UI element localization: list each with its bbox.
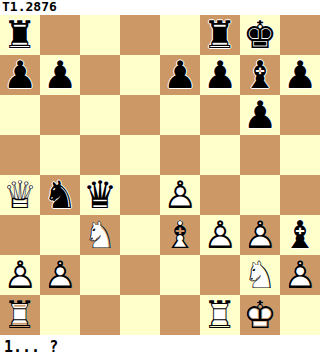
white-rook: ♜♖ [200,295,240,335]
square-e8[interactable] [160,15,200,55]
black-pawn: ♟ [0,55,40,95]
square-h1[interactable] [280,295,320,335]
white-knight: ♞♘ [80,215,120,255]
square-d6[interactable] [120,95,160,135]
square-e7[interactable]: ♟ [160,55,200,95]
square-c2[interactable] [80,255,120,295]
white-piece-outline: ♖ [200,295,240,335]
square-c4[interactable]: ♛ [80,175,120,215]
square-e5[interactable] [160,135,200,175]
black-king: ♚ [240,15,280,55]
square-c3[interactable]: ♞♘ [80,215,120,255]
white-king: ♚♔ [240,295,280,335]
white-piece-outline: ♖ [0,295,40,335]
square-a8[interactable]: ♜ [0,15,40,55]
square-f8[interactable]: ♜ [200,15,240,55]
square-a1[interactable]: ♜♖ [0,295,40,335]
square-g6[interactable]: ♟ [240,95,280,135]
square-f7[interactable]: ♟ [200,55,240,95]
white-bishop: ♝♗ [160,215,200,255]
square-g5[interactable] [240,135,280,175]
square-e2[interactable] [160,255,200,295]
square-g7[interactable]: ♝ [240,55,280,95]
white-piece-outline: ♕ [0,175,40,215]
square-d2[interactable] [120,255,160,295]
square-h8[interactable] [280,15,320,55]
square-a6[interactable] [0,95,40,135]
square-e6[interactable] [160,95,200,135]
black-pawn: ♟ [280,55,320,95]
square-g3[interactable]: ♟♙ [240,215,280,255]
black-bishop: ♝ [280,215,320,255]
black-bishop: ♝ [240,55,280,95]
white-piece-outline: ♙ [160,175,200,215]
square-b2[interactable]: ♟♙ [40,255,80,295]
white-pawn: ♟♙ [0,255,40,295]
square-a3[interactable] [0,215,40,255]
square-g8[interactable]: ♚ [240,15,280,55]
square-a7[interactable]: ♟ [0,55,40,95]
white-queen: ♛♕ [0,175,40,215]
square-h4[interactable] [280,175,320,215]
square-c5[interactable] [80,135,120,175]
square-a4[interactable]: ♛♕ [0,175,40,215]
square-h7[interactable]: ♟ [280,55,320,95]
white-piece-outline: ♘ [80,215,120,255]
square-b7[interactable]: ♟ [40,55,80,95]
white-piece-outline: ♔ [240,295,280,335]
square-c6[interactable] [80,95,120,135]
move-prompt: 1... ? [4,338,58,360]
black-pawn: ♟ [40,55,80,95]
white-pawn: ♟♙ [280,255,320,295]
square-b3[interactable] [40,215,80,255]
square-d7[interactable] [120,55,160,95]
white-pawn: ♟♙ [40,255,80,295]
white-pawn: ♟♙ [240,215,280,255]
square-c1[interactable] [80,295,120,335]
black-pawn: ♟ [160,55,200,95]
square-f5[interactable] [200,135,240,175]
white-piece-outline: ♘ [240,255,280,295]
square-g1[interactable]: ♚♔ [240,295,280,335]
square-b6[interactable] [40,95,80,135]
white-piece-outline: ♙ [240,215,280,255]
white-piece-outline: ♙ [40,255,80,295]
chess-diagram-page: T1.2876 ♜♜♚♟♟♟♟♝♟♟♛♕♞♛♟♙♞♘♝♗♟♙♟♙♝♟♙♟♙♞♘♟… [0,0,320,360]
square-b4[interactable]: ♞ [40,175,80,215]
white-piece-outline: ♗ [160,215,200,255]
square-f3[interactable]: ♟♙ [200,215,240,255]
black-rook: ♜ [0,15,40,55]
square-b8[interactable] [40,15,80,55]
square-d1[interactable] [120,295,160,335]
square-h6[interactable] [280,95,320,135]
square-f6[interactable] [200,95,240,135]
square-h3[interactable]: ♝ [280,215,320,255]
black-pawn: ♟ [200,55,240,95]
white-pawn: ♟♙ [200,215,240,255]
square-c7[interactable] [80,55,120,95]
square-d8[interactable] [120,15,160,55]
square-f2[interactable] [200,255,240,295]
chess-board: ♜♜♚♟♟♟♟♝♟♟♛♕♞♛♟♙♞♘♝♗♟♙♟♙♝♟♙♟♙♞♘♟♙♜♖♜♖♚♔ [0,15,320,335]
white-piece-outline: ♙ [280,255,320,295]
black-knight: ♞ [40,175,80,215]
square-b1[interactable] [40,295,80,335]
square-d5[interactable] [120,135,160,175]
square-f4[interactable] [200,175,240,215]
black-queen: ♛ [80,175,120,215]
square-e3[interactable]: ♝♗ [160,215,200,255]
white-piece-outline: ♙ [200,215,240,255]
square-e4[interactable]: ♟♙ [160,175,200,215]
square-g4[interactable] [240,175,280,215]
square-c8[interactable] [80,15,120,55]
square-a5[interactable] [0,135,40,175]
square-h5[interactable] [280,135,320,175]
square-d4[interactable] [120,175,160,215]
white-pawn: ♟♙ [160,175,200,215]
square-b5[interactable] [40,135,80,175]
square-f1[interactable]: ♜♖ [200,295,240,335]
square-g2[interactable]: ♞♘ [240,255,280,295]
white-piece-outline: ♙ [0,255,40,295]
black-rook: ♜ [200,15,240,55]
white-knight: ♞♘ [240,255,280,295]
black-pawn: ♟ [240,95,280,135]
white-rook: ♜♖ [0,295,40,335]
square-e1[interactable] [160,295,200,335]
square-h2[interactable]: ♟♙ [280,255,320,295]
square-a2[interactable]: ♟♙ [0,255,40,295]
square-d3[interactable] [120,215,160,255]
